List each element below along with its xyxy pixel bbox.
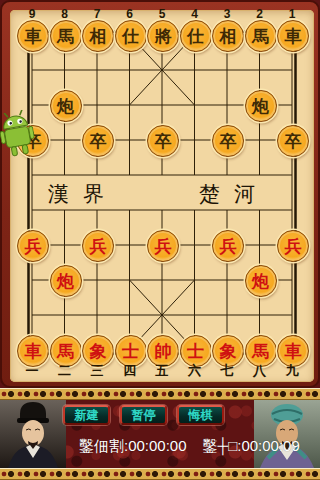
piece-black[interactable]: 炮 [50, 90, 82, 122]
piece-black[interactable]: 卒 [212, 125, 244, 157]
col-label-top: 1 [289, 7, 296, 21]
piece-black[interactable]: 炮 [245, 90, 277, 122]
timer-left: 鑿佃割:00:00:00 [79, 437, 187, 456]
col-label-top: 9 [29, 7, 36, 21]
col-label-top: 5 [159, 7, 166, 21]
xiangqi-app-screen: 漢界 楚河 車馬相仕將仕相馬車炮炮卒卒卒卒卒兵兵兵兵兵炮炮車馬象士帥士象馬車98… [0, 0, 320, 480]
piece-red[interactable]: 兵 [17, 230, 49, 262]
col-label-top: 6 [126, 7, 133, 21]
piece-black[interactable]: 卒 [147, 125, 179, 157]
col-label-top: 7 [94, 7, 101, 21]
piece-black[interactable]: 仕 [180, 20, 212, 52]
piece-red[interactable]: 兵 [147, 230, 179, 262]
pause-button[interactable]: 暂停 [120, 405, 167, 425]
decorative-border-bottom [0, 468, 320, 480]
col-label-bottom: 七 [221, 362, 234, 380]
piece-red[interactable]: 炮 [50, 265, 82, 297]
piece-black[interactable]: 卒 [82, 125, 114, 157]
decorative-border-top [0, 388, 320, 400]
col-label-top: 4 [191, 7, 198, 21]
col-label-bottom: 二 [58, 362, 71, 380]
undo-button[interactable]: 悔棋 [177, 405, 224, 425]
col-label-bottom: 三 [91, 362, 104, 380]
piece-black[interactable]: 車 [17, 20, 49, 52]
col-label-top: 8 [61, 7, 68, 21]
col-label-top: 2 [256, 7, 263, 21]
timer-bar: 鑿佃割:00:00:00 鑿┼□:00:00:09 [79, 437, 300, 456]
col-label-bottom: 五 [156, 362, 169, 380]
river-label-han: 漢界 [48, 180, 118, 208]
piece-red[interactable]: 兵 [82, 230, 114, 262]
col-label-top: 3 [224, 7, 231, 21]
new-game-button[interactable]: 新建 [63, 405, 110, 425]
col-label-bottom: 六 [188, 362, 201, 380]
piece-black[interactable]: 相 [212, 20, 244, 52]
piece-red[interactable]: 炮 [245, 265, 277, 297]
river-label-chu: 楚河 [199, 180, 269, 208]
col-label-bottom: 四 [123, 362, 136, 380]
piece-black[interactable]: 卒 [277, 125, 309, 157]
piece-black[interactable]: 馬 [50, 20, 82, 52]
board-frame: 漢界 楚河 車馬相仕將仕相馬車炮炮卒卒卒卒卒兵兵兵兵兵炮炮車馬象士帥士象馬車98… [0, 0, 320, 388]
piece-black[interactable]: 車 [277, 20, 309, 52]
piece-black[interactable]: 將 [147, 20, 179, 52]
col-label-bottom: 九 [286, 362, 299, 380]
col-label-bottom: 一 [26, 362, 39, 380]
piece-red[interactable]: 兵 [212, 230, 244, 262]
player-portrait-red [254, 400, 320, 468]
button-bar: 新建 暂停 悔棋 [63, 405, 224, 425]
col-label-bottom: 八 [253, 362, 266, 380]
piece-black[interactable]: 仕 [115, 20, 147, 52]
piece-red[interactable]: 兵 [277, 230, 309, 262]
piece-black[interactable]: 馬 [245, 20, 277, 52]
timer-right: 鑿┼□:00:00:09 [203, 437, 300, 456]
piece-black[interactable]: 相 [82, 20, 114, 52]
player-portrait-black [0, 400, 66, 468]
